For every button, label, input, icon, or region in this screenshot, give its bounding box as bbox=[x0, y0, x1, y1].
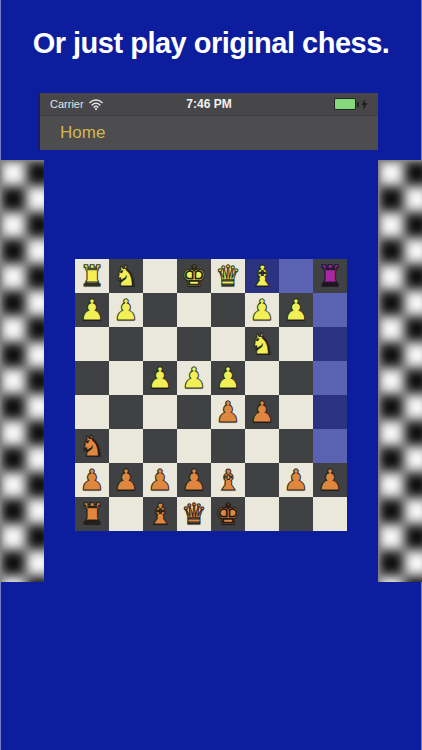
square-d1[interactable]: ♛︎ bbox=[177, 497, 211, 531]
square-d7[interactable] bbox=[177, 293, 211, 327]
nav-bar: Home bbox=[40, 116, 378, 150]
square-f5[interactable] bbox=[245, 361, 279, 395]
square-f4[interactable]: ♟︎ bbox=[245, 395, 279, 429]
square-c4[interactable] bbox=[143, 395, 177, 429]
piece-orange-bishop: ♝︎ bbox=[147, 500, 173, 529]
square-a6[interactable] bbox=[75, 327, 109, 361]
chess-board: ♜︎♞︎♚︎♛︎♝︎♜︎♟︎♟︎♟︎♟︎♞︎♟︎♟︎♟︎♟︎♟︎♞︎♟︎♟︎♟︎… bbox=[75, 259, 347, 531]
square-e4[interactable]: ♟︎ bbox=[211, 395, 245, 429]
square-g5[interactable] bbox=[279, 361, 313, 395]
square-e1[interactable]: ♚︎ bbox=[211, 497, 245, 531]
piece-yellow-bishop: ♝︎ bbox=[249, 262, 275, 291]
nav-title-home: Home bbox=[60, 123, 105, 143]
piece-yellow-pawn: ♟︎ bbox=[79, 296, 105, 325]
square-b5[interactable] bbox=[109, 361, 143, 395]
piece-orange-pawn: ♟︎ bbox=[317, 466, 343, 495]
square-d4[interactable] bbox=[177, 395, 211, 429]
square-b2[interactable]: ♟︎ bbox=[109, 463, 143, 497]
piece-orange-pawn: ♟︎ bbox=[283, 466, 309, 495]
square-e3[interactable] bbox=[211, 429, 245, 463]
square-d3[interactable] bbox=[177, 429, 211, 463]
piece-orange-queen: ♛︎ bbox=[181, 500, 207, 529]
piece-orange-pawn: ♟︎ bbox=[113, 466, 139, 495]
phone-top-bars: Carrier 7:46 PM Home bbox=[38, 93, 378, 150]
piece-yellow-king: ♚︎ bbox=[181, 262, 207, 291]
piece-orange-bishop: ♝︎ bbox=[215, 466, 241, 495]
piece-yellow-pawn: ♟︎ bbox=[181, 364, 207, 393]
square-g1[interactable] bbox=[279, 497, 313, 531]
charging-bolt-icon bbox=[361, 99, 368, 110]
piece-yellow-pawn: ♟︎ bbox=[113, 296, 139, 325]
piece-purple-rook: ♜︎ bbox=[317, 262, 343, 291]
square-d6[interactable] bbox=[177, 327, 211, 361]
square-a3[interactable]: ♞︎ bbox=[75, 429, 109, 463]
piece-yellow-pawn: ♟︎ bbox=[147, 364, 173, 393]
square-h5[interactable] bbox=[313, 361, 347, 395]
square-f6[interactable]: ♞︎ bbox=[245, 327, 279, 361]
square-h1[interactable] bbox=[313, 497, 347, 531]
square-a2[interactable]: ♟︎ bbox=[75, 463, 109, 497]
piece-orange-knight: ♞︎ bbox=[79, 432, 105, 461]
square-c6[interactable] bbox=[143, 327, 177, 361]
square-b6[interactable] bbox=[109, 327, 143, 361]
square-g8[interactable] bbox=[279, 259, 313, 293]
square-e5[interactable]: ♟︎ bbox=[211, 361, 245, 395]
square-f2[interactable] bbox=[245, 463, 279, 497]
square-f1[interactable] bbox=[245, 497, 279, 531]
square-a5[interactable] bbox=[75, 361, 109, 395]
blurred-checkerboard-strip-right bbox=[378, 160, 422, 582]
square-d8[interactable]: ♚︎ bbox=[177, 259, 211, 293]
square-c8[interactable] bbox=[143, 259, 177, 293]
square-h7[interactable] bbox=[313, 293, 347, 327]
piece-yellow-knight: ♞︎ bbox=[113, 262, 139, 291]
square-f7[interactable]: ♟︎ bbox=[245, 293, 279, 327]
square-d2[interactable]: ♟︎ bbox=[177, 463, 211, 497]
square-e6[interactable] bbox=[211, 327, 245, 361]
app-store-screenshot: Or just play original chess. Carrier 7:4… bbox=[0, 0, 422, 750]
square-c7[interactable] bbox=[143, 293, 177, 327]
square-g2[interactable]: ♟︎ bbox=[279, 463, 313, 497]
square-c3[interactable] bbox=[143, 429, 177, 463]
piece-yellow-pawn: ♟︎ bbox=[249, 296, 275, 325]
blurred-checkerboard-strip-left bbox=[0, 160, 44, 582]
square-f8[interactable]: ♝︎ bbox=[245, 259, 279, 293]
square-f3[interactable] bbox=[245, 429, 279, 463]
square-a7[interactable]: ♟︎ bbox=[75, 293, 109, 327]
piece-orange-king: ♚︎ bbox=[215, 500, 241, 529]
piece-orange-rook: ♜︎ bbox=[79, 500, 105, 529]
status-bar: Carrier 7:46 PM bbox=[40, 93, 378, 116]
piece-orange-pawn: ♟︎ bbox=[181, 466, 207, 495]
piece-yellow-queen: ♛︎ bbox=[215, 262, 241, 291]
square-d5[interactable]: ♟︎ bbox=[177, 361, 211, 395]
square-g4[interactable] bbox=[279, 395, 313, 429]
battery-indicator bbox=[334, 98, 368, 110]
square-c5[interactable]: ♟︎ bbox=[143, 361, 177, 395]
headline: Or just play original chess. bbox=[0, 27, 422, 60]
square-b4[interactable] bbox=[109, 395, 143, 429]
square-b3[interactable] bbox=[109, 429, 143, 463]
square-a4[interactable] bbox=[75, 395, 109, 429]
piece-yellow-rook: ♜︎ bbox=[79, 262, 105, 291]
square-b1[interactable] bbox=[109, 497, 143, 531]
square-a1[interactable]: ♜︎ bbox=[75, 497, 109, 531]
square-h2[interactable]: ♟︎ bbox=[313, 463, 347, 497]
carrier-label: Carrier bbox=[50, 98, 84, 110]
square-e7[interactable] bbox=[211, 293, 245, 327]
wifi-icon bbox=[89, 99, 103, 110]
square-h3[interactable] bbox=[313, 429, 347, 463]
piece-orange-pawn: ♟︎ bbox=[147, 466, 173, 495]
square-b8[interactable]: ♞︎ bbox=[109, 259, 143, 293]
square-c1[interactable]: ♝︎ bbox=[143, 497, 177, 531]
square-g3[interactable] bbox=[279, 429, 313, 463]
piece-yellow-pawn: ♟︎ bbox=[283, 296, 309, 325]
battery-icon bbox=[334, 98, 356, 110]
piece-yellow-knight: ♞︎ bbox=[249, 330, 275, 359]
square-a8[interactable]: ♜︎ bbox=[75, 259, 109, 293]
square-c2[interactable]: ♟︎ bbox=[143, 463, 177, 497]
square-g6[interactable] bbox=[279, 327, 313, 361]
square-h8[interactable]: ♜︎ bbox=[313, 259, 347, 293]
piece-orange-pawn: ♟︎ bbox=[79, 466, 105, 495]
piece-orange-pawn: ♟︎ bbox=[249, 398, 275, 427]
square-h6[interactable] bbox=[313, 327, 347, 361]
square-e2[interactable]: ♝︎ bbox=[211, 463, 245, 497]
square-g7[interactable]: ♟︎ bbox=[279, 293, 313, 327]
square-b7[interactable]: ♟︎ bbox=[109, 293, 143, 327]
piece-orange-pawn: ♟︎ bbox=[215, 398, 241, 427]
piece-yellow-pawn: ♟︎ bbox=[215, 364, 241, 393]
square-h4[interactable] bbox=[313, 395, 347, 429]
square-e8[interactable]: ♛︎ bbox=[211, 259, 245, 293]
